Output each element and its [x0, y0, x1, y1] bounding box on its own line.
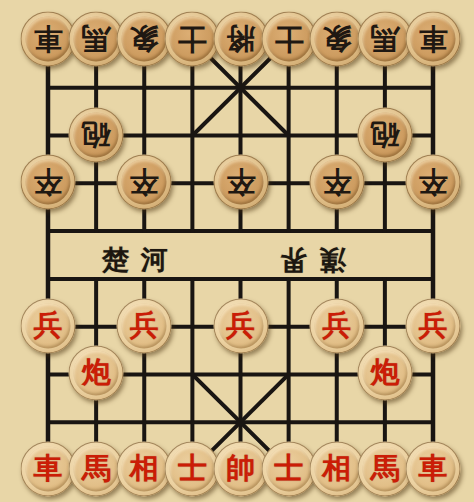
piece-red-soldier[interactable]: 兵 [309, 298, 364, 353]
piece-black-soldier[interactable]: 卒 [309, 155, 364, 210]
piece-red-horse[interactable]: 馬 [357, 441, 412, 496]
piece-glyph: 馬 [82, 454, 111, 483]
piece-glyph: 將 [226, 24, 255, 53]
board-grid-lines [0, 0, 474, 502]
piece-red-elephant[interactable]: 相 [309, 441, 364, 496]
piece-glyph: 馬 [370, 24, 399, 53]
piece-black-horse[interactable]: 馬 [357, 11, 412, 66]
piece-glyph: 象 [130, 24, 159, 53]
piece-red-soldier[interactable]: 兵 [213, 298, 268, 353]
piece-red-horse[interactable]: 馬 [69, 441, 124, 496]
piece-glyph: 兵 [419, 311, 448, 340]
piece-black-chariot[interactable]: 車 [21, 11, 76, 66]
piece-black-elephant[interactable]: 象 [117, 11, 172, 66]
piece-glyph: 相 [322, 454, 351, 483]
piece-red-advisor[interactable]: 士 [165, 441, 220, 496]
piece-black-soldier[interactable]: 卒 [21, 155, 76, 210]
piece-black-soldier[interactable]: 卒 [406, 155, 461, 210]
piece-black-chariot[interactable]: 車 [406, 11, 461, 66]
piece-glyph: 車 [34, 454, 63, 483]
piece-red-chariot[interactable]: 車 [21, 441, 76, 496]
piece-glyph: 士 [274, 454, 303, 483]
piece-glyph: 卒 [226, 168, 255, 197]
piece-black-cannon[interactable]: 砲 [357, 107, 412, 162]
piece-glyph: 士 [274, 24, 303, 53]
piece-glyph: 兵 [226, 311, 255, 340]
piece-glyph: 士 [178, 24, 207, 53]
piece-glyph: 相 [130, 454, 159, 483]
piece-glyph: 卒 [130, 168, 159, 197]
piece-glyph: 馬 [82, 24, 111, 53]
piece-black-horse[interactable]: 馬 [69, 11, 124, 66]
piece-glyph: 車 [419, 24, 448, 53]
xiangqi-board: 楚河 漢界 車馬象士將士象馬車砲砲卒卒卒卒卒兵兵兵兵兵炮炮車馬相士帥士相馬車 [0, 0, 474, 502]
piece-black-cannon[interactable]: 砲 [69, 107, 124, 162]
piece-glyph: 兵 [34, 311, 63, 340]
piece-glyph: 帥 [226, 454, 255, 483]
piece-black-soldier[interactable]: 卒 [213, 155, 268, 210]
piece-red-soldier[interactable]: 兵 [117, 298, 172, 353]
piece-glyph: 炮 [370, 359, 399, 388]
piece-glyph: 兵 [130, 311, 159, 340]
river-text-han-jie: 漢界 [268, 240, 346, 280]
piece-glyph: 炮 [82, 359, 111, 388]
piece-black-advisor[interactable]: 士 [261, 11, 316, 66]
piece-glyph: 車 [34, 24, 63, 53]
piece-glyph: 象 [322, 24, 351, 53]
piece-glyph: 車 [419, 454, 448, 483]
piece-black-soldier[interactable]: 卒 [117, 155, 172, 210]
piece-black-general[interactable]: 將 [213, 11, 268, 66]
piece-glyph: 卒 [34, 168, 63, 197]
piece-red-soldier[interactable]: 兵 [21, 298, 76, 353]
piece-red-general[interactable]: 帥 [213, 441, 268, 496]
piece-red-soldier[interactable]: 兵 [406, 298, 461, 353]
river-text-chu-he: 楚河 [102, 240, 180, 280]
piece-glyph: 卒 [419, 168, 448, 197]
piece-glyph: 兵 [322, 311, 351, 340]
piece-black-advisor[interactable]: 士 [165, 11, 220, 66]
piece-red-chariot[interactable]: 車 [406, 441, 461, 496]
piece-red-elephant[interactable]: 相 [117, 441, 172, 496]
piece-glyph: 砲 [370, 120, 399, 149]
piece-black-elephant[interactable]: 象 [309, 11, 364, 66]
piece-glyph: 卒 [322, 168, 351, 197]
piece-glyph: 砲 [82, 120, 111, 149]
piece-red-cannon[interactable]: 炮 [69, 346, 124, 401]
piece-red-cannon[interactable]: 炮 [357, 346, 412, 401]
piece-red-advisor[interactable]: 士 [261, 441, 316, 496]
piece-glyph: 馬 [370, 454, 399, 483]
piece-glyph: 士 [178, 454, 207, 483]
